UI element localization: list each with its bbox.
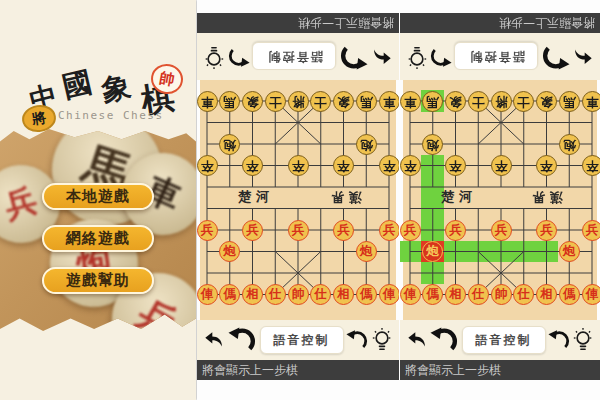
square-i7[interactable]: 卒 [378,155,399,177]
square-h3[interactable]: 炮 [558,241,581,263]
black-cannon-piece[interactable]: 炮 [422,134,443,155]
square-d4 [264,219,287,241]
square-g4[interactable]: 兵 [332,219,355,241]
square-h2 [558,262,581,284]
square-g2 [535,262,558,284]
square-c8 [444,133,467,155]
square-c7[interactable]: 卒 [241,155,264,177]
red-pawn-piece[interactable]: 兵 [536,220,557,241]
back-arrow-icon[interactable] [371,48,392,66]
red-cannon-piece[interactable]: 炮 [422,241,443,262]
square-i10[interactable]: 車 [581,90,600,112]
square-d2 [264,262,287,284]
black-pawn-piece[interactable]: 卒 [242,155,263,176]
square-h8[interactable]: 炮 [558,133,581,155]
red-advisor-piece[interactable]: 仕 [468,284,489,305]
square-i4[interactable]: 兵 [378,219,399,241]
square-g9 [535,112,558,134]
square-a4[interactable]: 兵 [197,219,218,241]
square-e7[interactable]: 卒 [287,155,310,177]
red-chariot-piece[interactable]: 俥 [400,284,421,305]
square-i5 [378,198,399,220]
square-f3[interactable] [512,241,535,263]
black-horse-piece[interactable]: 馬 [559,91,580,112]
square-b7[interactable] [421,155,444,177]
back-arrow-icon[interactable] [407,331,428,349]
square-d3[interactable] [467,241,490,263]
river-label-left: 楚河 [441,188,477,206]
hint-bulb-icon[interactable] [372,327,392,354]
square-c9 [241,112,264,134]
square-f4 [309,219,332,241]
square-g4[interactable]: 兵 [535,219,558,241]
status-text: 將會顯示上一步棋 [298,15,394,32]
square-i9 [581,112,600,134]
square-b2[interactable] [421,262,444,284]
square-d4 [467,219,490,241]
square-c1[interactable]: 相 [241,284,264,306]
square-c7[interactable]: 卒 [444,155,467,177]
square-e6 [287,176,310,198]
square-i4[interactable]: 兵 [581,219,600,241]
red-pawn-piece[interactable]: 兵 [445,220,466,241]
square-a5 [197,198,218,220]
square-e9 [490,112,513,134]
square-e8 [287,133,310,155]
square-g3 [332,241,355,263]
black-chariot-piece[interactable]: 車 [197,91,218,112]
square-g2 [332,262,355,284]
river-label-left: 楚河 [238,188,274,206]
status-text: 將會顯示上一步棋 [202,362,298,379]
square-a8 [197,133,218,155]
voice-control-button[interactable]: 語音控制 [462,326,546,354]
square-a6 [400,176,421,198]
square-i9 [378,112,399,134]
square-e6 [490,176,513,198]
square-e4[interactable]: 兵 [490,219,513,241]
black-cannon-piece[interactable]: 炮 [559,134,580,155]
square-g10[interactable]: 象 [332,90,355,112]
square-b8[interactable]: 炮 [421,133,444,155]
square-f10[interactable]: 士 [309,90,332,112]
square-a2 [197,262,218,284]
square-a4[interactable]: 兵 [400,219,421,241]
square-f2 [512,262,535,284]
square-g8 [332,133,355,155]
square-g10[interactable]: 象 [535,90,558,112]
status-bar: 將會顯示上一步棋 [197,360,399,380]
square-h4 [558,219,581,241]
square-g9 [332,112,355,134]
player-toolbar: 語音控制 [400,320,600,360]
square-f2 [309,262,332,284]
square-d8 [264,133,287,155]
square-i7[interactable]: 卒 [581,155,600,177]
square-a2 [400,262,421,284]
square-e2 [287,262,310,284]
redo-arrow-icon[interactable] [346,329,369,352]
board-grid: 車馬象士將士象馬車炮炮卒卒卒卒卒兵兵兵兵兵炮炮俥傌相仕帥仕相傌俥 [400,90,600,305]
xiangqi-board[interactable]: 楚河漢界車馬象士將士象馬車炮炮卒卒卒卒卒兵兵兵兵兵炮炮俥傌相仕帥仕相傌俥 [403,80,597,320]
square-b9 [421,112,444,134]
opponent-status-bar: 將會顯示上一步棋 [400,13,600,33]
red-advisor-piece[interactable]: 仕 [513,284,534,305]
redo-arrow-icon[interactable] [548,329,571,352]
redo-arrow-icon[interactable] [429,45,452,68]
square-i1[interactable]: 俥 [581,284,600,306]
square-e10[interactable]: 將 [287,90,310,112]
square-b2 [218,262,241,284]
back-arrow-icon[interactable] [204,331,225,349]
square-b4 [218,219,241,241]
game-help-button[interactable]: 遊戲幫助 [42,267,154,294]
square-a1[interactable]: 俥 [197,284,218,306]
red-chariot-piece[interactable]: 俥 [582,284,600,305]
opponent-status-bar: 將會顯示上一步棋 [197,13,399,33]
square-f7 [309,155,332,177]
square-a9 [197,112,218,134]
square-c3 [241,241,264,263]
square-c3[interactable] [444,241,467,263]
square-e5 [490,198,513,220]
square-e9 [287,112,310,134]
square-a3[interactable] [400,241,421,263]
red-pawn-piece[interactable]: 兵 [582,220,600,241]
square-d9 [467,112,490,134]
square-a10[interactable]: 車 [400,90,421,112]
red-general-piece[interactable]: 帥 [491,284,512,305]
undo-arrow-icon[interactable] [541,42,570,71]
square-c8 [241,133,264,155]
red-advisor-piece[interactable]: 仕 [265,284,286,305]
black-elephant-piece[interactable]: 象 [242,91,263,112]
square-i1[interactable]: 俥 [378,284,399,306]
square-h3[interactable]: 炮 [355,241,378,263]
bottom-margin [400,380,600,397]
network-game-button[interactable]: 網絡遊戲 [42,225,154,252]
voice-control-button[interactable]: 語音控制 [253,43,337,71]
black-general-piece[interactable]: 將 [288,91,309,112]
black-chariot-piece[interactable]: 車 [582,91,600,112]
square-h9 [558,112,581,134]
square-e7[interactable]: 卒 [490,155,513,177]
square-i2 [581,262,600,284]
undo-arrow-icon[interactable] [339,42,368,71]
square-h2 [355,262,378,284]
square-h1[interactable]: 傌 [558,284,581,306]
black-elephant-piece[interactable]: 象 [333,91,354,112]
square-i8 [378,133,399,155]
square-b4[interactable] [421,219,444,241]
voice-control-button[interactable]: 語音控制 [260,326,344,354]
square-e1[interactable]: 帥 [490,284,513,306]
square-b1[interactable]: 傌 [421,284,444,306]
square-f1[interactable]: 仕 [512,284,535,306]
player-toolbar: 語音控制 [197,320,399,360]
black-pawn-piece[interactable]: 卒 [491,155,512,176]
black-advisor-piece[interactable]: 士 [513,91,534,112]
square-f7 [512,155,535,177]
square-c10[interactable]: 象 [444,90,467,112]
red-elephant-piece[interactable]: 相 [242,284,263,305]
square-h9 [355,112,378,134]
red-pawn-piece[interactable]: 兵 [242,220,263,241]
black-elephant-piece[interactable]: 象 [536,91,557,112]
square-f9 [512,112,535,134]
square-i6 [378,176,399,198]
red-pawn-piece[interactable]: 兵 [333,220,354,241]
black-advisor-piece[interactable]: 士 [468,91,489,112]
square-d10[interactable]: 士 [467,90,490,112]
square-c4[interactable]: 兵 [444,219,467,241]
square-d2 [467,262,490,284]
square-i3 [581,241,600,263]
square-a6 [197,176,218,198]
square-d1[interactable]: 仕 [467,284,490,306]
bottom-margin [197,380,399,397]
black-pawn-piece[interactable]: 卒 [333,155,354,176]
square-f1[interactable]: 仕 [309,284,332,306]
square-d8 [467,133,490,155]
top-margin [197,0,399,13]
red-cannon-piece[interactable]: 炮 [559,241,580,262]
square-d9 [264,112,287,134]
square-h7 [355,155,378,177]
black-pawn-piece[interactable]: 卒 [445,155,466,176]
board-grid: 車馬象士將士象馬車炮炮卒卒卒卒卒兵兵兵兵兵炮炮俥傌相仕帥仕相傌俥 [197,90,399,305]
square-c10[interactable]: 象 [241,90,264,112]
xiangqi-board[interactable]: 楚河漢界車馬象士將士象馬車炮炮卒卒卒卒卒兵兵兵兵兵炮炮俥傌相仕帥仕相傌俥 [200,80,396,320]
status-text: 將會顯示上一步棋 [405,362,501,379]
red-cannon-piece[interactable]: 炮 [219,241,240,262]
square-f9 [309,112,332,134]
river-label-right: 漢界 [326,188,362,206]
local-game-button[interactable]: 本地遊戲 [42,183,154,210]
square-d7 [467,155,490,177]
black-elephant-piece[interactable]: 象 [445,91,466,112]
red-advisor-piece[interactable]: 仕 [310,284,331,305]
red-pawn-piece[interactable]: 兵 [197,220,218,241]
square-e3 [287,241,310,263]
square-a7[interactable]: 卒 [197,155,218,177]
status-text: 將會顯示上一步棋 [499,15,595,32]
black-advisor-piece[interactable]: 士 [310,91,331,112]
square-f3 [309,241,332,263]
red-cannon-piece[interactable]: 炮 [356,241,377,262]
black-pawn-piece[interactable]: 卒 [288,155,309,176]
red-general-piece[interactable]: 帥 [288,284,309,305]
square-b8[interactable]: 炮 [218,133,241,155]
square-f10[interactable]: 士 [512,90,535,112]
red-horse-piece[interactable]: 傌 [219,284,240,305]
square-h8[interactable]: 炮 [355,133,378,155]
square-a8 [400,133,421,155]
game-screen-move-hints: 將會顯示上一步棋語音控制楚河漢界車馬象士將士象馬車炮炮卒卒卒卒卒兵兵兵兵兵炮炮俥… [400,0,600,400]
black-cannon-piece[interactable]: 炮 [219,134,240,155]
black-horse-piece[interactable]: 馬 [356,91,377,112]
red-horse-piece[interactable]: 傌 [559,284,580,305]
red-pawn-piece[interactable]: 兵 [288,220,309,241]
black-pawn-piece[interactable]: 卒 [536,155,557,176]
red-elephant-piece[interactable]: 相 [536,284,557,305]
square-h10[interactable]: 馬 [558,90,581,112]
red-pawn-piece[interactable]: 兵 [491,220,512,241]
square-i3 [378,241,399,263]
red-elephant-piece[interactable]: 相 [333,284,354,305]
square-b10[interactable]: 馬 [421,90,444,112]
square-e5 [287,198,310,220]
square-g7[interactable]: 卒 [535,155,558,177]
river-label-right: 漢界 [527,188,563,206]
square-a1[interactable]: 俥 [400,284,421,306]
black-cannon-piece[interactable]: 炮 [356,134,377,155]
square-g7[interactable]: 卒 [332,155,355,177]
opponent-toolbar: 語音控制 [400,33,600,80]
redo-arrow-icon[interactable] [227,45,250,68]
square-b10[interactable]: 馬 [218,90,241,112]
square-g8 [535,133,558,155]
red-elephant-piece[interactable]: 相 [445,284,466,305]
red-pawn-piece[interactable]: 兵 [379,220,400,241]
square-a9 [400,112,421,134]
black-horse-piece[interactable]: 馬 [219,91,240,112]
square-h7 [558,155,581,177]
hint-bulb-icon[interactable] [573,327,593,354]
square-c2 [444,262,467,284]
square-a7[interactable]: 卒 [400,155,421,177]
square-d3 [264,241,287,263]
black-pawn-piece[interactable]: 卒 [197,155,218,176]
voice-control-button[interactable]: 語音控制 [455,43,539,71]
black-advisor-piece[interactable]: 士 [265,91,286,112]
square-e10[interactable]: 將 [490,90,513,112]
square-d1[interactable]: 仕 [264,284,287,306]
black-pawn-piece[interactable]: 卒 [582,155,600,176]
black-chariot-piece[interactable]: 車 [400,91,421,112]
app-subtitle: Chinese Chess [58,109,164,122]
app-screenshot: 中 國 象 棋 帥 將 Chinese Chess 馬 兵 車 炮 兵 本地遊戲… [0,0,600,400]
square-g1[interactable]: 相 [332,284,355,306]
black-pawn-piece[interactable]: 卒 [400,155,421,176]
square-a10[interactable]: 車 [197,90,218,112]
square-d7 [264,155,287,177]
top-margin [400,0,600,13]
square-h4 [355,219,378,241]
square-h10[interactable]: 馬 [355,90,378,112]
square-e3[interactable] [490,241,513,263]
square-c9 [444,112,467,134]
black-general-piece[interactable]: 將 [491,91,512,112]
black-chariot-piece[interactable]: 車 [379,91,400,112]
red-chariot-piece[interactable]: 俥 [197,284,218,305]
square-b9 [218,112,241,134]
black-horse-piece[interactable]: 馬 [422,91,443,112]
home-screen: 中 國 象 棋 帥 將 Chinese Chess 馬 兵 車 炮 兵 本地遊戲… [0,0,196,400]
square-b3[interactable]: 炮 [421,241,444,263]
square-e2 [490,262,513,284]
red-horse-piece[interactable]: 傌 [422,284,443,305]
square-i5 [581,198,600,220]
opponent-toolbar: 語音控制 [197,33,399,80]
square-c1[interactable]: 相 [444,284,467,306]
hint-bulb-icon[interactable] [407,43,427,70]
square-i10[interactable]: 車 [378,90,399,112]
title-char: 國 [59,62,97,112]
red-pawn-piece[interactable]: 兵 [400,220,421,241]
back-arrow-icon[interactable] [572,48,593,66]
square-h1[interactable]: 傌 [355,284,378,306]
square-e4[interactable]: 兵 [287,219,310,241]
red-chariot-piece[interactable]: 俥 [379,284,400,305]
hint-bulb-icon[interactable] [204,43,224,70]
square-a3 [197,241,218,263]
undo-arrow-icon[interactable] [228,326,257,355]
square-i8 [581,133,600,155]
square-f8 [309,133,332,155]
black-pawn-piece[interactable]: 卒 [379,155,400,176]
square-f8 [512,133,535,155]
undo-arrow-icon[interactable] [430,326,459,355]
square-c4[interactable]: 兵 [241,219,264,241]
square-g1[interactable]: 相 [535,284,558,306]
square-g3[interactable] [535,241,558,263]
red-horse-piece[interactable]: 傌 [356,284,377,305]
status-bar: 將會顯示上一步棋 [400,360,600,380]
square-b3[interactable]: 炮 [218,241,241,263]
square-b7 [218,155,241,177]
square-d10[interactable]: 士 [264,90,287,112]
square-i6 [581,176,600,198]
square-e1[interactable]: 帥 [287,284,310,306]
game-screen-start-position: 將會顯示上一步棋語音控制楚河漢界車馬象士將士象馬車炮炮卒卒卒卒卒兵兵兵兵兵炮炮俥… [197,0,399,400]
square-a5 [400,198,421,220]
square-f4 [512,219,535,241]
square-b1[interactable]: 傌 [218,284,241,306]
square-c2 [241,262,264,284]
square-e8 [490,133,513,155]
square-i2 [378,262,399,284]
